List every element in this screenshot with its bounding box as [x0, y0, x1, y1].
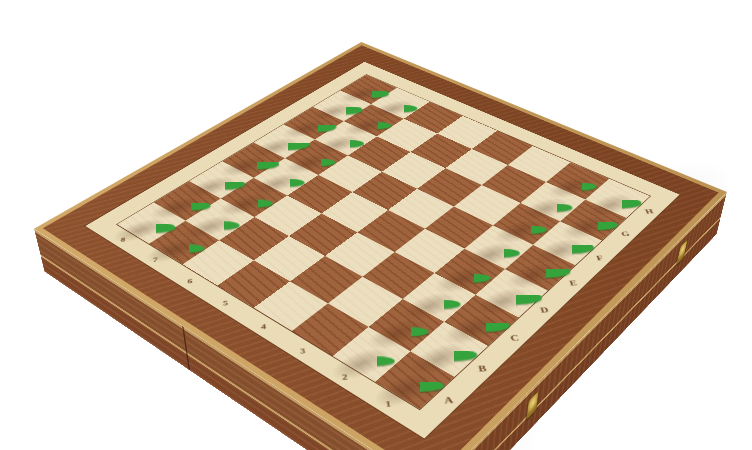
fold-seam	[182, 325, 190, 370]
chess-box: ♜♞♝♛♚♝♞♜♟♟♟♟♟♟♟♟♟♟♟♟♟♟♟♟♜♞♝♛♚♝♞♜ ABCDEFG…	[34, 42, 727, 450]
brass-latch-1	[526, 390, 539, 420]
pawn-icon: ♟	[159, 146, 217, 250]
photo-scene: ♜♞♝♛♚♝♞♜♟♟♟♟♟♟♟♟♟♟♟♟♟♟♟♟♜♞♝♛♚♝♞♜ ABCDEFG…	[0, 0, 752, 450]
rook-icon: ♜	[377, 233, 464, 390]
board-top-face: ♜♞♝♛♚♝♞♜♟♟♟♟♟♟♟♟♟♟♟♟♟♟♟♟♜♞♝♛♚♝♞♜ ABCDEFG…	[34, 42, 727, 450]
product-photo-canvas: { "game": "chess", "scene_description": …	[0, 0, 752, 450]
brass-latch-2	[676, 239, 688, 266]
piece-white-rook[interactable]: ♜	[324, 233, 517, 390]
piece-black-pawn[interactable]: ♟	[105, 145, 271, 250]
